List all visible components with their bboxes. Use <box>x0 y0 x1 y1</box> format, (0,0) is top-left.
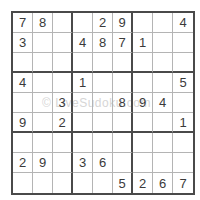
cell-r2c1[interactable]: 3 <box>13 33 33 53</box>
cell-r6c4[interactable] <box>73 113 93 133</box>
cell-r1c9[interactable]: 4 <box>173 13 193 33</box>
cell-r5c8[interactable]: 4 <box>153 93 173 113</box>
cell-r5c2[interactable] <box>33 93 53 113</box>
cell-r1c4[interactable] <box>73 13 93 33</box>
cell-r8c6[interactable] <box>113 153 133 173</box>
cell-r3c7[interactable] <box>133 53 153 73</box>
cell-r6c3[interactable]: 2 <box>53 113 73 133</box>
cell-r8c7[interactable] <box>133 153 153 173</box>
cell-r3c9[interactable] <box>173 53 193 73</box>
cell-r1c7[interactable] <box>133 13 153 33</box>
cell-r4c7[interactable] <box>133 73 153 93</box>
cell-r5c4[interactable] <box>73 93 93 113</box>
cell-r6c5[interactable] <box>93 113 113 133</box>
cell-r7c2[interactable] <box>33 133 53 153</box>
cell-r2c3[interactable] <box>53 33 73 53</box>
cell-r4c1[interactable]: 4 <box>13 73 33 93</box>
cell-r1c1[interactable]: 7 <box>13 13 33 33</box>
cell-r7c3[interactable] <box>53 133 73 153</box>
cell-r9c8[interactable]: 6 <box>153 173 173 193</box>
cell-r3c8[interactable] <box>153 53 173 73</box>
cell-r1c5[interactable]: 2 <box>93 13 113 33</box>
cell-r6c9[interactable]: 1 <box>173 113 193 133</box>
cell-r6c2[interactable] <box>33 113 53 133</box>
cell-r5c9[interactable] <box>173 93 193 113</box>
cell-r9c4[interactable] <box>73 173 93 193</box>
cell-r4c9[interactable]: 5 <box>173 73 193 93</box>
cell-r9c6[interactable]: 5 <box>113 173 133 193</box>
cell-r2c2[interactable] <box>33 33 53 53</box>
cell-r7c1[interactable] <box>13 133 33 153</box>
cell-r3c2[interactable] <box>33 53 53 73</box>
cell-r1c6[interactable]: 9 <box>113 13 133 33</box>
cell-r8c2[interactable]: 9 <box>33 153 53 173</box>
cell-r7c8[interactable] <box>153 133 173 153</box>
cell-r4c4[interactable]: 1 <box>73 73 93 93</box>
cell-r7c5[interactable] <box>93 133 113 153</box>
cell-r6c8[interactable] <box>153 113 173 133</box>
cell-r9c9[interactable]: 7 <box>173 173 193 193</box>
cell-r2c4[interactable]: 4 <box>73 33 93 53</box>
cell-r3c3[interactable] <box>53 53 73 73</box>
cell-r1c8[interactable] <box>153 13 173 33</box>
cell-r7c9[interactable] <box>173 133 193 153</box>
cell-r8c3[interactable] <box>53 153 73 173</box>
cell-r3c6[interactable] <box>113 53 133 73</box>
cell-r2c9[interactable] <box>173 33 193 53</box>
cell-r7c7[interactable] <box>133 133 153 153</box>
cell-r8c9[interactable] <box>173 153 193 173</box>
cell-r8c5[interactable]: 6 <box>93 153 113 173</box>
cell-r1c3[interactable] <box>53 13 73 33</box>
cell-r2c6[interactable]: 7 <box>113 33 133 53</box>
cell-r5c5[interactable] <box>93 93 113 113</box>
cell-r7c6[interactable] <box>113 133 133 153</box>
cell-r5c6[interactable]: 8 <box>113 93 133 113</box>
cell-r8c1[interactable]: 2 <box>13 153 33 173</box>
cell-r6c1[interactable]: 9 <box>13 113 33 133</box>
sudoku-page: 7829434871415389492129365267 © LiveSudok… <box>0 0 200 200</box>
cell-r6c6[interactable] <box>113 113 133 133</box>
cell-r4c2[interactable] <box>33 73 53 93</box>
cell-r6c7[interactable] <box>133 113 153 133</box>
cell-r4c5[interactable] <box>93 73 113 93</box>
cell-r4c6[interactable] <box>113 73 133 93</box>
cell-r8c8[interactable] <box>153 153 173 173</box>
sudoku-board: 7829434871415389492129365267 <box>11 11 195 195</box>
cell-r9c1[interactable] <box>13 173 33 193</box>
cell-r1c2[interactable]: 8 <box>33 13 53 33</box>
cell-r8c4[interactable]: 3 <box>73 153 93 173</box>
cell-r3c4[interactable] <box>73 53 93 73</box>
cell-r4c8[interactable] <box>153 73 173 93</box>
cell-r2c7[interactable]: 1 <box>133 33 153 53</box>
cell-r7c4[interactable] <box>73 133 93 153</box>
cell-r5c1[interactable] <box>13 93 33 113</box>
cell-r5c7[interactable]: 9 <box>133 93 153 113</box>
cell-r3c5[interactable] <box>93 53 113 73</box>
cell-r2c5[interactable]: 8 <box>93 33 113 53</box>
cell-r5c3[interactable]: 3 <box>53 93 73 113</box>
cell-r3c1[interactable] <box>13 53 33 73</box>
cell-r9c2[interactable] <box>33 173 53 193</box>
cell-r9c3[interactable] <box>53 173 73 193</box>
cell-r9c5[interactable] <box>93 173 113 193</box>
cell-r2c8[interactable] <box>153 33 173 53</box>
cell-r9c7[interactable]: 2 <box>133 173 153 193</box>
cell-r4c3[interactable] <box>53 73 73 93</box>
